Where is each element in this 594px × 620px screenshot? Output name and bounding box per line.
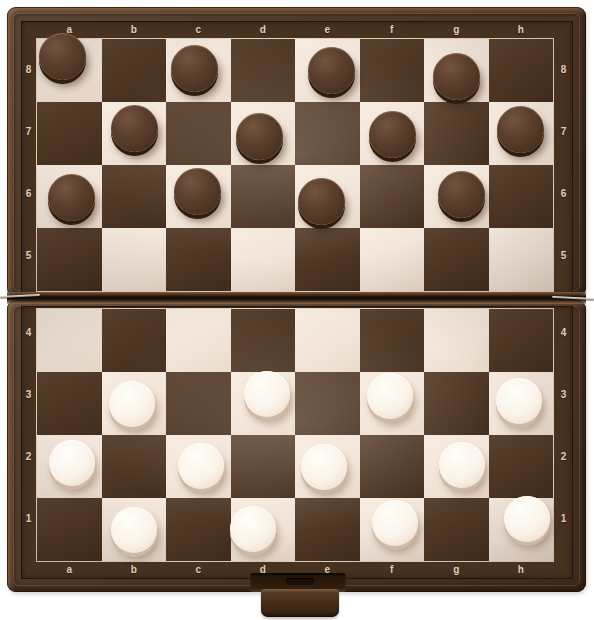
- file-label-f: f: [360, 562, 425, 578]
- file-label-f: f: [360, 22, 425, 38]
- rank-label-8: 8: [554, 39, 573, 101]
- square-b8[interactable]: [102, 39, 167, 102]
- square-g1[interactable]: [424, 498, 489, 561]
- clasp-slot: [286, 578, 314, 585]
- checker-dark-a8[interactable]: ⛂: [39, 33, 86, 80]
- rank-label-7: 7: [21, 101, 36, 163]
- square-h2[interactable]: [489, 435, 554, 498]
- checker-dark-a6[interactable]: ⛂: [48, 174, 95, 221]
- square-d6[interactable]: [231, 165, 296, 228]
- hinge-seam: [7, 292, 586, 304]
- rank-label-4: 4: [554, 302, 573, 364]
- file-label-c: c: [166, 22, 231, 38]
- checker-light-c2[interactable]: ⛀: [178, 443, 224, 489]
- square-a7[interactable]: [37, 102, 102, 165]
- square-c5[interactable]: [166, 228, 231, 291]
- rank-labels-bottom-left: 4321: [21, 302, 36, 550]
- square-h4[interactable]: [489, 309, 554, 372]
- rank-labels-bottom-right: 4321: [554, 302, 573, 550]
- square-e4[interactable]: [295, 309, 360, 372]
- square-g7[interactable]: [424, 102, 489, 165]
- square-f4[interactable]: [360, 309, 425, 372]
- square-d2[interactable]: [231, 435, 296, 498]
- checker-light-f1[interactable]: ⛀: [372, 500, 418, 546]
- checker-light-d3[interactable]: ⛀: [244, 371, 290, 417]
- travel-checkers-set-photo: abcdefgh abcdefgh 8765 8765 4321 4321 ⛂⛂…: [0, 0, 594, 620]
- rank-label-1: 1: [21, 488, 36, 550]
- checker-dark-c6[interactable]: ⛂: [174, 168, 221, 215]
- file-label-g: g: [424, 22, 489, 38]
- rank-label-4: 4: [21, 302, 36, 364]
- square-f8[interactable]: [360, 39, 425, 102]
- checker-light-b3[interactable]: ⛀: [109, 381, 155, 427]
- square-f5[interactable]: [360, 228, 425, 291]
- file-label-a: a: [37, 562, 102, 578]
- rank-label-2: 2: [554, 426, 573, 488]
- square-e7[interactable]: [295, 102, 360, 165]
- checker-dark-h7[interactable]: ⛂: [497, 106, 544, 153]
- square-g4[interactable]: [424, 309, 489, 372]
- file-label-b: b: [102, 562, 167, 578]
- checker-light-b1[interactable]: ⛀: [111, 507, 157, 553]
- square-d8[interactable]: [231, 39, 296, 102]
- rank-labels-top-left: 8765: [21, 39, 36, 287]
- square-c7[interactable]: [166, 102, 231, 165]
- rank-label-5: 5: [21, 225, 36, 287]
- checker-light-d1[interactable]: ⛀: [230, 506, 276, 552]
- square-g3[interactable]: [424, 372, 489, 435]
- square-h8[interactable]: [489, 39, 554, 102]
- clasp-tab: [261, 589, 339, 617]
- square-a4[interactable]: [37, 309, 102, 372]
- checker-light-a2[interactable]: ⛀: [49, 440, 95, 486]
- rank-label-7: 7: [554, 101, 573, 163]
- rank-label-5: 5: [554, 225, 573, 287]
- square-c1[interactable]: [166, 498, 231, 561]
- square-b4[interactable]: [102, 309, 167, 372]
- checker-dark-f7[interactable]: ⛂: [369, 111, 416, 158]
- square-g5[interactable]: [424, 228, 489, 291]
- rank-label-6: 6: [21, 163, 36, 225]
- rank-label-8: 8: [21, 39, 36, 101]
- square-e3[interactable]: [295, 372, 360, 435]
- square-e5[interactable]: [295, 228, 360, 291]
- checker-dark-g8[interactable]: ⛂: [433, 53, 480, 100]
- square-a5[interactable]: [37, 228, 102, 291]
- square-f2[interactable]: [360, 435, 425, 498]
- rank-label-1: 1: [554, 488, 573, 550]
- checker-dark-e8[interactable]: ⛂: [308, 47, 355, 94]
- square-a1[interactable]: [37, 498, 102, 561]
- square-h5[interactable]: [489, 228, 554, 291]
- file-label-e: e: [295, 22, 360, 38]
- square-b5[interactable]: [102, 228, 167, 291]
- checker-light-f3[interactable]: ⛀: [367, 373, 413, 419]
- file-label-d: d: [231, 22, 296, 38]
- rank-label-2: 2: [21, 426, 36, 488]
- file-label-b: b: [102, 22, 167, 38]
- rank-label-3: 3: [554, 364, 573, 426]
- square-b6[interactable]: [102, 165, 167, 228]
- square-e1[interactable]: [295, 498, 360, 561]
- checker-dark-e6[interactable]: ⛂: [298, 178, 345, 225]
- checker-light-e2[interactable]: ⛀: [301, 444, 347, 490]
- square-c3[interactable]: [166, 372, 231, 435]
- checker-dark-g6[interactable]: ⛂: [438, 171, 485, 218]
- rank-label-3: 3: [21, 364, 36, 426]
- square-a3[interactable]: [37, 372, 102, 435]
- file-labels-top: abcdefgh: [37, 22, 553, 38]
- file-label-c: c: [166, 562, 231, 578]
- square-h6[interactable]: [489, 165, 554, 228]
- file-label-g: g: [424, 562, 489, 578]
- checker-dark-c8[interactable]: ⛂: [171, 45, 218, 92]
- rank-labels-top-right: 8765: [554, 39, 573, 287]
- checker-dark-b7[interactable]: ⛂: [111, 105, 158, 152]
- square-f6[interactable]: [360, 165, 425, 228]
- rank-label-6: 6: [554, 163, 573, 225]
- checker-light-h1[interactable]: ⛀: [504, 496, 550, 542]
- square-d5[interactable]: [231, 228, 296, 291]
- checker-light-g2[interactable]: ⛀: [439, 442, 485, 488]
- square-b2[interactable]: [102, 435, 167, 498]
- checker-dark-d7[interactable]: ⛂: [236, 113, 283, 160]
- square-d4[interactable]: [231, 309, 296, 372]
- checker-light-h3[interactable]: ⛀: [496, 378, 542, 424]
- file-label-h: h: [489, 562, 554, 578]
- square-c4[interactable]: [166, 309, 231, 372]
- file-label-h: h: [489, 22, 554, 38]
